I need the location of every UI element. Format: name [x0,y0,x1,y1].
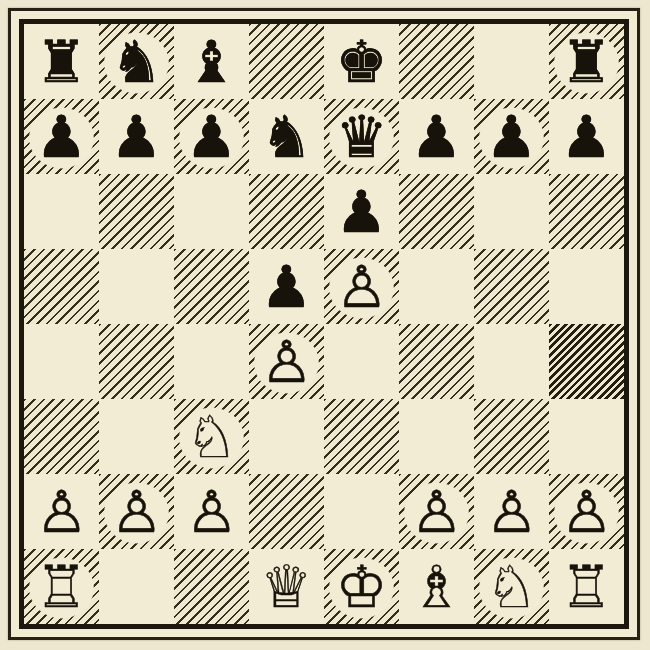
square-g3 [474,399,549,474]
square-g2: ♙ [474,474,549,549]
white-knight-c3: ♘ [174,399,249,474]
square-e8: ♚ [324,24,399,99]
black-rook-a8: ♜ [24,24,99,99]
square-d4: ♙ [249,324,324,399]
square-b1 [99,549,174,624]
square-e5: ♙ [324,249,399,324]
square-a5 [24,249,99,324]
square-a1: ♖ [24,549,99,624]
square-f8 [399,24,474,99]
square-f5 [399,249,474,324]
black-knight-d7: ♞ [249,99,324,174]
black-pawn-d5: ♟ [249,249,324,324]
square-f7: ♟ [399,99,474,174]
white-pawn-a2: ♙ [24,474,99,549]
white-queen-d1: ♕ [249,549,324,624]
black-king-e8: ♚ [324,24,399,99]
square-c7: ♟ [174,99,249,174]
square-g4 [474,324,549,399]
square-e7: ♛ [324,99,399,174]
square-d6 [249,174,324,249]
square-c4 [174,324,249,399]
square-c3: ♘ [174,399,249,474]
square-c6 [174,174,249,249]
square-h6 [549,174,624,249]
black-pawn-e6: ♟ [324,174,399,249]
square-h4 [549,324,624,399]
square-g5 [474,249,549,324]
white-rook-h1: ♖ [549,549,624,624]
square-e2 [324,474,399,549]
black-knight-b8: ♞ [99,24,174,99]
square-d5: ♟ [249,249,324,324]
black-pawn-g7: ♟ [474,99,549,174]
white-rook-a1: ♖ [24,549,99,624]
square-e4 [324,324,399,399]
black-rook-h8: ♜ [549,24,624,99]
square-c1 [174,549,249,624]
square-h1: ♖ [549,549,624,624]
square-g1: ♘ [474,549,549,624]
square-f2: ♙ [399,474,474,549]
square-e1: ♔ [324,549,399,624]
white-pawn-d4: ♙ [249,324,324,399]
square-g6 [474,174,549,249]
diagram-inner-frame: ♜♞♝♚♜♟♟♟♞♛♟♟♟♟♟♙♙♘♙♙♙♙♙♙♖♕♔♗♘♖ [19,19,629,629]
square-b7: ♟ [99,99,174,174]
square-h8: ♜ [549,24,624,99]
diagram-outer-frame: ♜♞♝♚♜♟♟♟♞♛♟♟♟♟♟♙♙♘♙♙♙♙♙♙♖♕♔♗♘♖ [8,8,640,640]
square-h5 [549,249,624,324]
white-king-e1: ♔ [324,549,399,624]
square-h3 [549,399,624,474]
square-a2: ♙ [24,474,99,549]
black-bishop-c8: ♝ [174,24,249,99]
square-f4 [399,324,474,399]
black-pawn-c7: ♟ [174,99,249,174]
square-d3 [249,399,324,474]
square-d1: ♕ [249,549,324,624]
square-b8: ♞ [99,24,174,99]
square-d7: ♞ [249,99,324,174]
white-pawn-h2: ♙ [549,474,624,549]
black-pawn-f7: ♟ [399,99,474,174]
square-b2: ♙ [99,474,174,549]
square-d8 [249,24,324,99]
white-bishop-f1: ♗ [399,549,474,624]
square-a4 [24,324,99,399]
square-f1: ♗ [399,549,474,624]
black-pawn-h7: ♟ [549,99,624,174]
square-g8 [474,24,549,99]
square-f6 [399,174,474,249]
square-h7: ♟ [549,99,624,174]
square-a7: ♟ [24,99,99,174]
square-b5 [99,249,174,324]
square-g7: ♟ [474,99,549,174]
white-pawn-c2: ♙ [174,474,249,549]
square-b4 [99,324,174,399]
black-pawn-a7: ♟ [24,99,99,174]
square-b6 [99,174,174,249]
square-a6 [24,174,99,249]
square-h2: ♙ [549,474,624,549]
square-a3 [24,399,99,474]
square-d2 [249,474,324,549]
white-pawn-g2: ♙ [474,474,549,549]
black-pawn-b7: ♟ [99,99,174,174]
black-queen-e7: ♛ [324,99,399,174]
square-c8: ♝ [174,24,249,99]
white-pawn-f2: ♙ [399,474,474,549]
white-pawn-b2: ♙ [99,474,174,549]
board: ♜♞♝♚♜♟♟♟♞♛♟♟♟♟♟♙♙♘♙♙♙♙♙♙♖♕♔♗♘♖ [24,24,624,624]
square-b3 [99,399,174,474]
square-e6: ♟ [324,174,399,249]
square-c2: ♙ [174,474,249,549]
square-c5 [174,249,249,324]
white-knight-g1: ♘ [474,549,549,624]
square-f3 [399,399,474,474]
square-a8: ♜ [24,24,99,99]
square-e3 [324,399,399,474]
white-pawn-e5: ♙ [324,249,399,324]
